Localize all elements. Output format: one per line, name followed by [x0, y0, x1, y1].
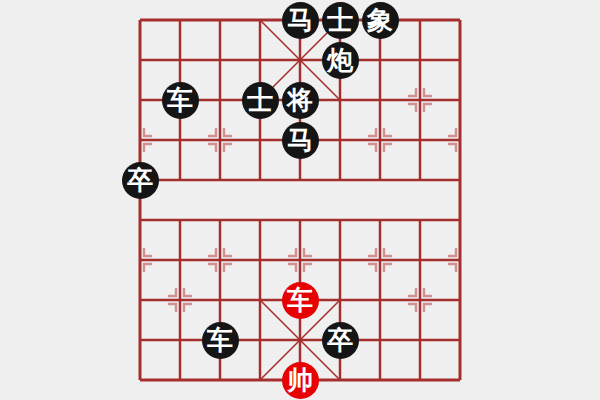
xiangqi-board-diagram: 马士象炮车士将马卒车车卒帅: [0, 0, 600, 400]
piece-black-horse[interactable]: 马: [282, 2, 319, 39]
piece-red-chariot[interactable]: 车: [282, 282, 319, 319]
piece-black-soldier[interactable]: 卒: [122, 162, 159, 199]
piece-red-general[interactable]: 帅: [282, 362, 319, 399]
piece-black-soldier[interactable]: 卒: [322, 322, 359, 359]
pieces-layer: 马士象炮车士将马卒车车卒帅: [120, 0, 480, 400]
piece-black-cannon[interactable]: 炮: [322, 42, 359, 79]
piece-black-advisor[interactable]: 士: [242, 82, 279, 119]
piece-black-chariot[interactable]: 车: [162, 82, 199, 119]
piece-black-chariot[interactable]: 车: [202, 322, 239, 359]
piece-black-horse[interactable]: 马: [282, 122, 319, 159]
piece-black-elephant[interactable]: 象: [362, 2, 399, 39]
piece-black-advisor[interactable]: 士: [322, 2, 359, 39]
piece-black-general[interactable]: 将: [282, 82, 319, 119]
